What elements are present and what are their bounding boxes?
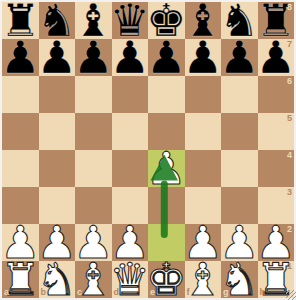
square-b4[interactable] bbox=[39, 150, 76, 187]
square-f6[interactable] bbox=[185, 76, 222, 113]
square-b1[interactable]: ♞b bbox=[39, 261, 76, 298]
square-d4[interactable] bbox=[112, 150, 149, 187]
square-a5[interactable] bbox=[2, 113, 39, 150]
square-e4[interactable]: ♟ bbox=[148, 150, 185, 187]
resize-handle-icon[interactable] bbox=[286, 290, 296, 300]
square-d6[interactable] bbox=[112, 76, 149, 113]
square-h5[interactable]: 5 bbox=[258, 113, 295, 150]
square-f1[interactable]: ♝f bbox=[185, 261, 222, 298]
piece-white-king[interactable]: ♚ bbox=[146, 257, 186, 300]
square-d1[interactable]: ♛d bbox=[112, 261, 149, 298]
square-e6[interactable] bbox=[148, 76, 185, 113]
square-g1[interactable]: ♞g bbox=[221, 261, 258, 298]
piece-black-pawn[interactable]: ♟ bbox=[183, 35, 223, 80]
square-a1[interactable]: ♜a bbox=[2, 261, 39, 298]
square-a7[interactable]: ♟ bbox=[2, 39, 39, 76]
chess-board[interactable]: ♜♞♝♛♚♝♞♜8♟♟♟♟♟♟♟♟765♟43♟♟♟♟♟♟♟2♜a♞b♝c♛d♚… bbox=[2, 2, 294, 298]
piece-black-pawn[interactable]: ♟ bbox=[73, 35, 113, 80]
square-f7[interactable]: ♟ bbox=[185, 39, 222, 76]
square-c6[interactable] bbox=[75, 76, 112, 113]
square-c4[interactable] bbox=[75, 150, 112, 187]
square-b5[interactable] bbox=[39, 113, 76, 150]
square-g7[interactable]: ♟ bbox=[221, 39, 258, 76]
square-c1[interactable]: ♝c bbox=[75, 261, 112, 298]
coord-rank-4: 4 bbox=[287, 151, 292, 160]
piece-white-bishop[interactable]: ♝ bbox=[73, 257, 113, 300]
square-a4[interactable] bbox=[2, 150, 39, 187]
square-h7[interactable]: ♟7 bbox=[258, 39, 295, 76]
square-e3[interactable] bbox=[148, 187, 185, 224]
coord-rank-3: 3 bbox=[287, 188, 292, 197]
square-g4[interactable] bbox=[221, 150, 258, 187]
coord-rank-6: 6 bbox=[287, 77, 292, 86]
square-a6[interactable] bbox=[2, 76, 39, 113]
board-frame: ♜♞♝♛♚♝♞♜8♟♟♟♟♟♟♟♟765♟43♟♟♟♟♟♟♟2♜a♞b♝c♛d♚… bbox=[0, 0, 296, 300]
piece-white-pawn[interactable]: ♟ bbox=[146, 146, 186, 191]
piece-white-knight[interactable]: ♞ bbox=[37, 257, 77, 300]
square-b7[interactable]: ♟ bbox=[39, 39, 76, 76]
coord-rank-5: 5 bbox=[287, 114, 292, 123]
square-b6[interactable] bbox=[39, 76, 76, 113]
square-f4[interactable] bbox=[185, 150, 222, 187]
square-c5[interactable] bbox=[75, 113, 112, 150]
piece-black-pawn[interactable]: ♟ bbox=[219, 35, 259, 80]
piece-white-knight[interactable]: ♞ bbox=[219, 257, 259, 300]
piece-black-pawn[interactable]: ♟ bbox=[256, 35, 296, 80]
square-e7[interactable]: ♟ bbox=[148, 39, 185, 76]
square-d5[interactable] bbox=[112, 113, 149, 150]
square-c7[interactable]: ♟ bbox=[75, 39, 112, 76]
square-g5[interactable] bbox=[221, 113, 258, 150]
square-g6[interactable] bbox=[221, 76, 258, 113]
piece-white-queen[interactable]: ♛ bbox=[110, 257, 150, 300]
piece-black-pawn[interactable]: ♟ bbox=[37, 35, 77, 80]
piece-black-pawn[interactable]: ♟ bbox=[0, 35, 40, 80]
square-e1[interactable]: ♚e bbox=[148, 261, 185, 298]
square-f5[interactable] bbox=[185, 113, 222, 150]
piece-white-bishop[interactable]: ♝ bbox=[183, 257, 223, 300]
square-d7[interactable]: ♟ bbox=[112, 39, 149, 76]
piece-white-rook[interactable]: ♜ bbox=[0, 257, 40, 300]
piece-black-pawn[interactable]: ♟ bbox=[110, 35, 150, 80]
square-h6[interactable]: 6 bbox=[258, 76, 295, 113]
square-h4[interactable]: 4 bbox=[258, 150, 295, 187]
piece-black-pawn[interactable]: ♟ bbox=[146, 35, 186, 80]
